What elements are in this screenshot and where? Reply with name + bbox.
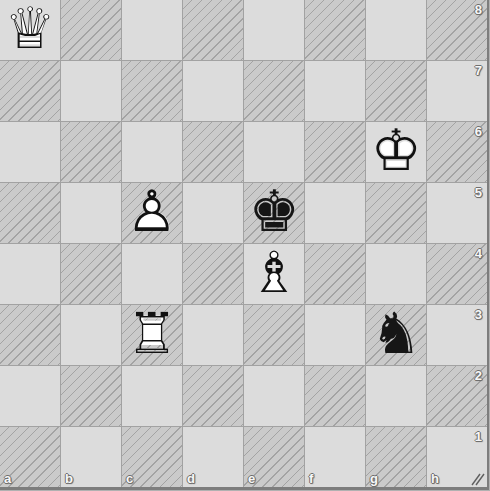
square-g6[interactable]: ♚♔ (366, 122, 426, 182)
rank-label-4: 4 (475, 246, 482, 261)
white-bishop-piece[interactable]: ♝♗ (244, 244, 304, 304)
square-e6[interactable] (244, 122, 304, 182)
square-g4[interactable] (366, 244, 426, 304)
square-f6[interactable] (305, 122, 365, 182)
file-label-c: c (126, 471, 133, 486)
square-d3[interactable] (183, 305, 243, 365)
square-d7[interactable] (183, 61, 243, 121)
square-h5[interactable]: 5 (427, 183, 487, 243)
square-b7[interactable] (61, 61, 121, 121)
rank-label-7: 7 (475, 63, 482, 78)
chess-diagram: ♛♕87♚♔6♟♙♚5♝♗4♜♖♞32abcdefg1h (0, 0, 490, 491)
file-label-e: e (248, 471, 255, 486)
square-f4[interactable] (305, 244, 365, 304)
file-label-b: b (65, 471, 73, 486)
square-h1[interactable]: 1h (427, 427, 487, 487)
square-d2[interactable] (183, 366, 243, 426)
square-f2[interactable] (305, 366, 365, 426)
square-h4[interactable]: 4 (427, 244, 487, 304)
square-a1[interactable]: a (0, 427, 60, 487)
file-label-f: f (309, 471, 313, 486)
square-b8[interactable] (61, 0, 121, 60)
square-e2[interactable] (244, 366, 304, 426)
square-g7[interactable] (366, 61, 426, 121)
square-b6[interactable] (61, 122, 121, 182)
square-e3[interactable] (244, 305, 304, 365)
square-e7[interactable] (244, 61, 304, 121)
square-g5[interactable] (366, 183, 426, 243)
rank-label-3: 3 (475, 307, 482, 322)
square-b4[interactable] (61, 244, 121, 304)
square-b5[interactable] (61, 183, 121, 243)
square-b3[interactable] (61, 305, 121, 365)
rank-label-6: 6 (475, 124, 482, 139)
rank-label-8: 8 (475, 2, 482, 17)
white-rook-glyph-outline: ♖ (126, 305, 177, 362)
white-pawn-glyph-outline: ♙ (126, 183, 177, 240)
white-king-piece[interactable]: ♚♔ (366, 122, 426, 182)
square-f1[interactable]: f (305, 427, 365, 487)
square-d6[interactable] (183, 122, 243, 182)
rank-label-5: 5 (475, 185, 482, 200)
square-a5[interactable] (0, 183, 60, 243)
square-h8[interactable]: 8 (427, 0, 487, 60)
square-d8[interactable] (183, 0, 243, 60)
square-a3[interactable] (0, 305, 60, 365)
square-c2[interactable] (122, 366, 182, 426)
square-c7[interactable] (122, 61, 182, 121)
square-d4[interactable] (183, 244, 243, 304)
square-h2[interactable]: 2 (427, 366, 487, 426)
square-b2[interactable] (61, 366, 121, 426)
square-g2[interactable] (366, 366, 426, 426)
white-bishop-glyph-outline: ♗ (248, 244, 299, 301)
square-g1[interactable]: g (366, 427, 426, 487)
chess-board: ♛♕87♚♔6♟♙♚5♝♗4♜♖♞32abcdefg1h (0, 0, 487, 487)
square-h3[interactable]: 3 (427, 305, 487, 365)
square-c3[interactable]: ♜♖ (122, 305, 182, 365)
square-c5[interactable]: ♟♙ (122, 183, 182, 243)
file-label-d: d (187, 471, 195, 486)
square-a7[interactable] (0, 61, 60, 121)
file-label-g: g (370, 471, 378, 486)
square-f3[interactable] (305, 305, 365, 365)
square-c8[interactable] (122, 0, 182, 60)
square-f5[interactable] (305, 183, 365, 243)
rank-label-1: 1 (475, 429, 482, 444)
white-king-glyph-outline: ♔ (370, 122, 421, 179)
square-h6[interactable]: 6 (427, 122, 487, 182)
square-g3[interactable]: ♞ (366, 305, 426, 365)
white-queen-piece[interactable]: ♛♕ (0, 0, 60, 60)
square-a2[interactable] (0, 366, 60, 426)
square-c6[interactable] (122, 122, 182, 182)
white-queen-glyph-outline: ♕ (4, 0, 55, 57)
black-king-glyph-fill: ♚ (248, 183, 299, 240)
square-a8[interactable]: ♛♕ (0, 0, 60, 60)
white-rook-piece[interactable]: ♜♖ (122, 305, 182, 365)
square-e4[interactable]: ♝♗ (244, 244, 304, 304)
square-h7[interactable]: 7 (427, 61, 487, 121)
square-f7[interactable] (305, 61, 365, 121)
square-e8[interactable] (244, 0, 304, 60)
rank-label-2: 2 (475, 368, 482, 383)
square-e1[interactable]: e (244, 427, 304, 487)
square-c4[interactable] (122, 244, 182, 304)
square-f8[interactable] (305, 0, 365, 60)
square-a4[interactable] (0, 244, 60, 304)
file-label-a: a (4, 471, 11, 486)
resize-grip-icon[interactable] (471, 473, 486, 486)
black-knight-glyph-fill: ♞ (370, 305, 421, 362)
square-g8[interactable] (366, 0, 426, 60)
black-king-piece[interactable]: ♚ (244, 183, 304, 243)
black-knight-piece[interactable]: ♞ (366, 305, 426, 365)
square-a6[interactable] (0, 122, 60, 182)
square-d1[interactable]: d (183, 427, 243, 487)
file-label-h: h (431, 471, 439, 486)
square-e5[interactable]: ♚ (244, 183, 304, 243)
square-c1[interactable]: c (122, 427, 182, 487)
square-b1[interactable]: b (61, 427, 121, 487)
square-d5[interactable] (183, 183, 243, 243)
white-pawn-piece[interactable]: ♟♙ (122, 183, 182, 243)
